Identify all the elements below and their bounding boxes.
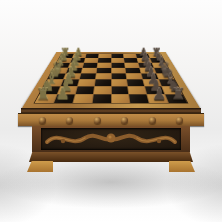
board-square[interactable] <box>111 80 127 87</box>
drawer-knob <box>149 117 156 124</box>
drawer-knob <box>66 117 73 124</box>
board-square[interactable] <box>95 80 111 87</box>
board-square[interactable] <box>95 73 110 79</box>
board-square[interactable] <box>126 68 141 73</box>
board-square[interactable] <box>78 80 95 87</box>
chess-set: ♜♟♟♜♞♟♟♞♝♟♟♝♛♟♟♛♚♟♟♚♝♟♟♝♞♟♟♞♜♟♟♜ <box>0 0 222 222</box>
drawer-knob <box>176 117 183 124</box>
board-square[interactable]: ♟ <box>147 95 168 104</box>
chess-piece-white-pawn[interactable]: ♟ <box>56 87 71 103</box>
board-square[interactable] <box>111 68 125 73</box>
board-square[interactable] <box>111 73 126 79</box>
drawer-knob <box>94 117 101 124</box>
board-square[interactable] <box>96 68 110 73</box>
box-bottom-rail <box>29 152 193 162</box>
carving-svg <box>41 128 181 150</box>
box-foot-right <box>169 161 195 172</box>
board-square[interactable] <box>73 95 92 104</box>
box-body <box>32 126 190 152</box>
board-square[interactable] <box>111 95 129 104</box>
board-square[interactable] <box>76 87 94 94</box>
knob-rail <box>18 113 204 126</box>
board-square[interactable] <box>126 73 142 79</box>
photo-canvas: ♜♟♟♜♞♟♟♞♝♟♟♝♛♟♟♛♚♟♟♚♝♟♟♝♞♟♟♞♜♟♟♜ <box>0 0 222 222</box>
carved-scroll-panel <box>41 128 181 150</box>
board-square[interactable]: ♟ <box>54 95 75 104</box>
board-square[interactable] <box>128 87 146 94</box>
board-square[interactable] <box>92 95 110 104</box>
chess-piece-black-pawn[interactable]: ♟ <box>152 87 167 103</box>
chess-board-3d: ♜♟♟♜♞♟♟♞♝♟♟♝♛♟♟♛♚♟♟♚♝♟♟♝♞♟♟♞♜♟♟♜ <box>22 0 200 108</box>
box-foot-left <box>27 161 53 172</box>
chess-piece-white-rook[interactable]: ♜ <box>36 87 51 103</box>
board-square[interactable] <box>111 87 128 94</box>
chess-board-frame: ♜♟♟♜♞♟♟♞♝♟♟♝♛♟♟♛♚♟♟♚♝♟♟♝♞♟♟♞♜♟♟♜ <box>22 52 200 108</box>
drawer-knob <box>39 117 46 124</box>
chess-board: ♜♟♟♜♞♟♟♞♝♟♟♝♛♟♟♛♚♟♟♚♝♟♟♝♞♟♟♞♜♟♟♜ <box>35 54 188 103</box>
board-square[interactable] <box>81 68 96 73</box>
drawer-knob <box>121 117 128 124</box>
board-square[interactable] <box>80 73 96 79</box>
board-square[interactable]: ♜ <box>35 95 57 104</box>
board-square[interactable]: ♜ <box>166 95 188 104</box>
board-square[interactable] <box>127 80 144 87</box>
board-square[interactable] <box>129 95 148 104</box>
chess-piece-black-rook[interactable]: ♜ <box>171 87 186 103</box>
board-square[interactable] <box>93 87 110 94</box>
